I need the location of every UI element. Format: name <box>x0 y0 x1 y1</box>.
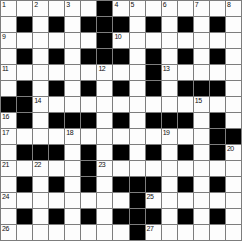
cell-r11c3-block <box>49 177 64 192</box>
cell-r10c14[interactable] <box>226 161 241 176</box>
cell-r7c12[interactable] <box>194 113 209 128</box>
cell-r10c8[interactable] <box>130 161 145 176</box>
cell-r5c12-block <box>194 81 209 96</box>
cell-r4c7[interactable] <box>113 65 128 80</box>
cell-r14c5[interactable] <box>81 225 96 240</box>
clue-number-3: 3 <box>66 1 69 9</box>
cell-r9c13-block <box>210 145 225 160</box>
cell-r1c6-block <box>97 17 112 32</box>
cell-r2c7[interactable]: 10 <box>113 33 128 48</box>
cell-r7c0[interactable]: 16 <box>1 113 16 128</box>
cell-r1c14[interactable] <box>226 17 241 32</box>
cell-r8c0[interactable]: 17 <box>1 129 16 144</box>
cell-r5c1-block <box>17 81 32 96</box>
cell-r6c0-block <box>1 97 16 112</box>
cell-r5c3-block <box>49 81 64 96</box>
cell-r4c9-block <box>146 65 161 80</box>
cell-r12c11[interactable] <box>178 193 193 208</box>
cell-r1c10[interactable] <box>162 17 177 32</box>
clue-number-18: 18 <box>66 129 73 137</box>
cell-r6c1-block <box>17 97 32 112</box>
cell-r1c4[interactable] <box>65 17 80 32</box>
cell-r2c13[interactable] <box>210 33 225 48</box>
cell-r4c4[interactable] <box>65 65 80 80</box>
clue-number-21: 21 <box>2 161 9 169</box>
cell-r0c8[interactable]: 5 <box>130 1 145 16</box>
cell-r14c9[interactable]: 27 <box>146 225 161 240</box>
cell-r1c2[interactable] <box>33 17 48 32</box>
cell-r9c1-block <box>17 145 32 160</box>
cell-r6c2[interactable]: 14 <box>33 97 48 112</box>
cell-r12c7[interactable] <box>113 193 128 208</box>
cell-r11c11-block <box>178 177 193 192</box>
clue-number-14: 14 <box>34 97 41 105</box>
cell-r2c2[interactable] <box>33 33 48 48</box>
cell-r5c5-block <box>81 81 96 96</box>
cell-r13c1-block <box>17 209 32 224</box>
cell-r0c5[interactable] <box>81 1 96 16</box>
cell-r12c9[interactable]: 25 <box>146 193 161 208</box>
cell-r7c4-block <box>65 113 80 128</box>
cell-r3c1-block <box>17 49 32 64</box>
cell-r3c8[interactable] <box>130 49 145 64</box>
cell-r11c13-block <box>210 177 225 192</box>
clue-number-23: 23 <box>98 161 105 169</box>
clue-number-7: 7 <box>195 1 198 9</box>
cell-r0c2[interactable]: 2 <box>33 1 48 16</box>
cell-r9c10[interactable] <box>162 145 177 160</box>
cell-r8c5[interactable] <box>81 129 96 144</box>
cell-r6c3[interactable] <box>49 97 64 112</box>
cell-r12c8-block <box>130 193 145 208</box>
cell-r10c6[interactable]: 23 <box>97 161 112 176</box>
cell-r0c14[interactable]: 8 <box>226 1 241 16</box>
cell-r0c6-block <box>97 1 112 16</box>
cell-r8c9[interactable] <box>146 129 161 144</box>
cell-r2c14[interactable] <box>226 33 241 48</box>
cell-r14c8-block <box>130 225 145 240</box>
cell-r13c12[interactable] <box>194 209 209 224</box>
cell-r2c1[interactable] <box>17 33 32 48</box>
cell-r2c11[interactable] <box>178 33 193 48</box>
cell-r12c2[interactable] <box>33 193 48 208</box>
cell-r13c0[interactable] <box>1 209 16 224</box>
clue-number-8: 8 <box>227 1 230 9</box>
cell-r14c3[interactable] <box>49 225 64 240</box>
clue-number-26: 26 <box>2 225 9 233</box>
cell-r4c1[interactable] <box>17 65 32 80</box>
cell-r13c8-block <box>130 209 145 224</box>
cell-r12c6[interactable] <box>97 193 112 208</box>
cell-r14c12[interactable] <box>194 225 209 240</box>
cell-r14c10[interactable] <box>162 225 177 240</box>
cell-r8c3[interactable] <box>49 129 64 144</box>
cell-r8c14-block <box>226 129 241 144</box>
cell-r7c9-block <box>146 113 161 128</box>
clue-number-17: 17 <box>2 129 9 137</box>
cell-r8c12[interactable] <box>194 129 209 144</box>
cell-r6c13[interactable] <box>210 97 225 112</box>
cell-r9c12[interactable] <box>194 145 209 160</box>
cell-r13c11-block <box>178 209 193 224</box>
cell-r7c7-block <box>113 113 128 128</box>
clue-number-10: 10 <box>114 33 121 41</box>
cell-r10c10[interactable] <box>162 161 177 176</box>
cell-r13c3-block <box>49 209 64 224</box>
cell-r1c8[interactable] <box>130 17 145 32</box>
clue-number-11: 11 <box>2 65 8 73</box>
cell-r3c3-block <box>49 49 64 64</box>
cell-r10c3[interactable] <box>49 161 64 176</box>
clue-number-1: 1 <box>2 1 5 9</box>
cell-r3c2[interactable] <box>33 49 48 64</box>
cell-r10c0[interactable]: 21 <box>1 161 16 176</box>
cell-r7c2[interactable] <box>33 113 48 128</box>
clue-number-25: 25 <box>147 193 154 201</box>
cell-r4c14[interactable] <box>226 65 241 80</box>
cell-r5c14[interactable] <box>226 81 241 96</box>
cell-r7c11-block <box>178 113 193 128</box>
cell-r10c4[interactable] <box>65 161 80 176</box>
cell-r11c1-block <box>17 177 32 192</box>
cell-r5c10[interactable] <box>162 81 177 96</box>
cell-r11c10[interactable] <box>162 177 177 192</box>
cell-r7c1-block <box>17 113 32 128</box>
cell-r9c0[interactable] <box>1 145 16 160</box>
cell-r6c11[interactable] <box>178 97 193 112</box>
cell-r7c5-block <box>81 113 96 128</box>
cell-r7c6[interactable] <box>97 113 112 128</box>
cell-r9c14[interactable]: 20 <box>226 145 241 160</box>
cell-r9c7-block <box>113 145 128 160</box>
cell-r2c6-block <box>97 33 112 48</box>
cell-r14c13[interactable] <box>210 225 225 240</box>
cell-r8c11[interactable] <box>178 129 193 144</box>
cell-r2c5[interactable] <box>81 33 96 48</box>
cell-r9c11-block <box>178 145 193 160</box>
cell-r14c14[interactable] <box>226 225 241 240</box>
cell-r6c12[interactable]: 15 <box>194 97 209 112</box>
cell-r6c5[interactable] <box>81 97 96 112</box>
cell-r12c5[interactable] <box>81 193 96 208</box>
cell-r12c4[interactable] <box>65 193 80 208</box>
cell-r12c13[interactable] <box>210 193 225 208</box>
cell-r9c6[interactable] <box>97 145 112 160</box>
cell-r8c7[interactable] <box>113 129 128 144</box>
cell-r10c5-block <box>81 161 96 176</box>
cell-r2c3[interactable] <box>49 33 64 48</box>
cell-r11c7-block <box>113 177 128 192</box>
cell-r6c14[interactable] <box>226 97 241 112</box>
cell-r11c9-block <box>146 177 161 192</box>
cell-r10c9[interactable] <box>146 161 161 176</box>
cell-r12c0[interactable]: 24 <box>1 193 16 208</box>
cell-r14c0[interactable]: 26 <box>1 225 16 240</box>
cell-r5c13-block <box>210 81 225 96</box>
cell-r4c3[interactable] <box>49 65 64 80</box>
cell-r9c4[interactable] <box>65 145 80 160</box>
cell-r10c2[interactable]: 22 <box>33 161 48 176</box>
cell-r0c12[interactable]: 7 <box>194 1 209 16</box>
cell-r4c13[interactable] <box>210 65 225 80</box>
cell-r3c12[interactable] <box>194 49 209 64</box>
cell-r4c11[interactable] <box>178 65 193 80</box>
cell-r0c3[interactable] <box>49 1 64 16</box>
cell-r8c2[interactable] <box>33 129 48 144</box>
cell-r0c10[interactable]: 6 <box>162 1 177 16</box>
clue-number-2: 2 <box>34 1 37 9</box>
cell-r9c5-block <box>81 145 96 160</box>
cell-r11c14[interactable] <box>226 177 241 192</box>
cell-r11c2[interactable] <box>33 177 48 192</box>
cell-r1c13-block <box>210 17 225 32</box>
cell-r11c12[interactable] <box>194 177 209 192</box>
cell-r1c1-block <box>17 17 32 32</box>
clue-number-15: 15 <box>195 97 202 105</box>
cell-r2c10[interactable] <box>162 33 177 48</box>
cell-r10c13[interactable] <box>210 161 225 176</box>
cell-r2c12[interactable] <box>194 33 209 48</box>
cell-r2c4[interactable] <box>65 33 80 48</box>
cell-r8c10[interactable]: 19 <box>162 129 177 144</box>
cell-r1c7-block <box>113 17 128 32</box>
cell-r8c13-block <box>210 129 225 144</box>
cell-r1c9-block <box>146 17 161 32</box>
clue-number-27: 27 <box>147 225 154 233</box>
cell-r6c4[interactable] <box>65 97 80 112</box>
clue-number-6: 6 <box>163 1 166 9</box>
cell-r2c9[interactable] <box>146 33 161 48</box>
cell-r1c3-block <box>49 17 64 32</box>
cell-r9c3-block <box>49 145 64 160</box>
cell-r7c8[interactable] <box>130 113 145 128</box>
cell-r12c12[interactable] <box>194 193 209 208</box>
cell-r3c4[interactable] <box>65 49 80 64</box>
cell-r14c11[interactable] <box>178 225 193 240</box>
cell-r7c3-block <box>49 113 64 128</box>
cell-r0c9[interactable] <box>146 1 161 16</box>
cell-r10c1[interactable] <box>17 161 32 176</box>
cell-r11c4[interactable] <box>65 177 80 192</box>
cell-r3c7-block <box>113 49 128 64</box>
cell-r11c6[interactable] <box>97 177 112 192</box>
clue-number-20: 20 <box>227 145 234 153</box>
cell-r13c4[interactable] <box>65 209 80 224</box>
cell-r4c6[interactable]: 12 <box>97 65 112 80</box>
cell-r3c11-block <box>178 49 193 64</box>
cell-r4c12[interactable] <box>194 65 209 80</box>
cell-r6c9[interactable] <box>146 97 161 112</box>
cell-r3c5-block <box>81 49 96 64</box>
cell-r12c10[interactable] <box>162 193 177 208</box>
cell-r0c11[interactable] <box>178 1 193 16</box>
cell-r13c10[interactable] <box>162 209 177 224</box>
cell-r4c5[interactable] <box>81 65 96 80</box>
cell-r4c8[interactable] <box>130 65 145 80</box>
clue-number-4: 4 <box>114 1 117 9</box>
cell-r5c4[interactable] <box>65 81 80 96</box>
cell-r4c0[interactable]: 11 <box>1 65 16 80</box>
clue-number-9: 9 <box>2 33 5 41</box>
cell-r7c10-block <box>162 113 177 128</box>
cell-r1c0[interactable] <box>1 17 16 32</box>
cell-r2c0[interactable]: 9 <box>1 33 16 48</box>
cell-r5c9-block <box>146 81 161 96</box>
cell-r8c6[interactable] <box>97 129 112 144</box>
clue-number-12: 12 <box>98 65 105 73</box>
cell-r0c0[interactable]: 1 <box>1 1 16 16</box>
cell-r8c8[interactable] <box>130 129 145 144</box>
cell-r10c7[interactable] <box>113 161 128 176</box>
cell-r6c10[interactable] <box>162 97 177 112</box>
cell-r2c8[interactable] <box>130 33 145 48</box>
cell-r0c4[interactable]: 3 <box>65 1 80 16</box>
cell-r6c6[interactable] <box>97 97 112 112</box>
cell-r4c2[interactable] <box>33 65 48 80</box>
cell-r13c5-block <box>81 209 96 224</box>
clue-number-5: 5 <box>131 1 134 9</box>
clue-number-22: 22 <box>34 161 41 169</box>
cell-r14c6[interactable] <box>97 225 112 240</box>
cell-r12c1[interactable] <box>17 193 32 208</box>
cell-r7c13-block <box>210 113 225 128</box>
cell-r13c14[interactable] <box>226 209 241 224</box>
cell-r13c13-block <box>210 209 225 224</box>
cell-r8c4[interactable]: 18 <box>65 129 80 144</box>
cell-r1c12[interactable] <box>194 17 209 32</box>
cell-r6c7[interactable] <box>113 97 128 112</box>
cell-r12c14[interactable] <box>226 193 241 208</box>
cell-r14c2[interactable] <box>33 225 48 240</box>
cell-r5c6[interactable] <box>97 81 112 96</box>
cell-r3c10[interactable] <box>162 49 177 64</box>
cell-r3c13-block <box>210 49 225 64</box>
cell-r12c3[interactable] <box>49 193 64 208</box>
cell-r0c1[interactable] <box>17 1 32 16</box>
cell-r1c11-block <box>178 17 193 32</box>
cell-r5c7-block <box>113 81 128 96</box>
cell-r3c6-block <box>97 49 112 64</box>
cell-r7c14[interactable] <box>226 113 241 128</box>
cell-r14c7[interactable] <box>113 225 128 240</box>
cell-r0c7[interactable]: 4 <box>113 1 128 16</box>
clue-number-13: 13 <box>163 65 170 73</box>
cell-r14c1[interactable] <box>17 225 32 240</box>
cell-r1c5-block <box>81 17 96 32</box>
cell-r13c7-block <box>113 209 128 224</box>
cell-r11c8-block <box>130 177 145 192</box>
cell-r0c13[interactable] <box>210 1 225 16</box>
cell-r4c10[interactable]: 13 <box>162 65 177 80</box>
cell-r13c6[interactable] <box>97 209 112 224</box>
cell-r5c0[interactable] <box>1 81 16 96</box>
cell-r13c2[interactable] <box>33 209 48 224</box>
cell-r3c0[interactable] <box>1 49 16 64</box>
cell-r9c2-block <box>33 145 48 160</box>
cell-r10c11[interactable] <box>178 161 193 176</box>
crossword-grid: 1234567891011121314151617181920212223242… <box>0 0 242 241</box>
cell-r13c9-block <box>146 209 161 224</box>
cell-r14c4[interactable] <box>65 225 80 240</box>
cell-r8c1[interactable] <box>17 129 32 144</box>
cell-r3c9-block <box>146 49 161 64</box>
clue-number-24: 24 <box>2 193 9 201</box>
cell-r11c5-block <box>81 177 96 192</box>
cell-r10c12[interactable] <box>194 161 209 176</box>
cell-r5c2[interactable] <box>33 81 48 96</box>
cell-r11c0[interactable] <box>1 177 16 192</box>
cell-r5c8[interactable] <box>130 81 145 96</box>
cell-r9c9-block <box>146 145 161 160</box>
cell-r9c8[interactable] <box>130 145 145 160</box>
clue-number-19: 19 <box>163 129 170 137</box>
cell-r5c11-block <box>178 81 193 96</box>
cell-r3c14[interactable] <box>226 49 241 64</box>
clue-number-16: 16 <box>2 113 9 121</box>
cell-r6c8[interactable] <box>130 97 145 112</box>
